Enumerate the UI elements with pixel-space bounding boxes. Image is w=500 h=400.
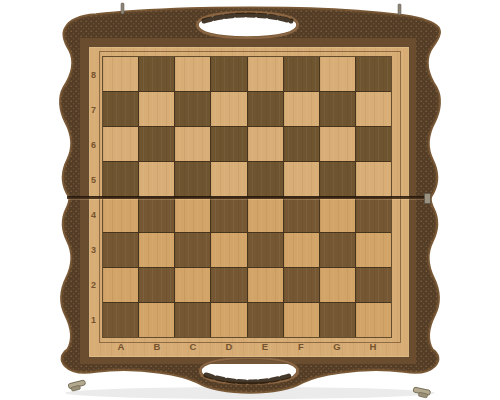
file-label: F bbox=[283, 339, 319, 354]
square-h8[interactable] bbox=[356, 57, 391, 91]
file-label: A bbox=[103, 339, 139, 354]
square-a8[interactable] bbox=[103, 57, 138, 91]
square-f7[interactable] bbox=[284, 92, 319, 126]
square-b3[interactable] bbox=[139, 233, 174, 267]
file-label: G bbox=[319, 339, 355, 354]
square-a1[interactable] bbox=[103, 303, 138, 337]
square-e2[interactable] bbox=[248, 268, 283, 302]
square-e8[interactable] bbox=[248, 57, 283, 91]
rank-label: 8 bbox=[87, 57, 100, 92]
square-a7[interactable] bbox=[103, 92, 138, 126]
rank-label: 2 bbox=[87, 267, 100, 302]
top-handle-grip-scallops bbox=[204, 15, 291, 21]
square-d7[interactable] bbox=[211, 92, 246, 126]
square-h2[interactable] bbox=[356, 268, 391, 302]
square-d6[interactable] bbox=[211, 127, 246, 161]
square-b1[interactable] bbox=[139, 303, 174, 337]
rank-label: 4 bbox=[87, 197, 100, 232]
square-c4[interactable] bbox=[175, 198, 210, 232]
bottom-handle-grip-scallops bbox=[206, 375, 292, 382]
latch-right-icon[interactable] bbox=[412, 387, 430, 398]
rank-label: 1 bbox=[87, 302, 100, 337]
square-e5[interactable] bbox=[248, 162, 283, 196]
file-label: B bbox=[139, 339, 175, 354]
file-label: E bbox=[247, 339, 283, 354]
top-pin-left-icon bbox=[121, 3, 124, 14]
rank-label: 3 bbox=[87, 232, 100, 267]
square-g1[interactable] bbox=[320, 303, 355, 337]
square-c6[interactable] bbox=[175, 127, 210, 161]
square-h5[interactable] bbox=[356, 162, 391, 196]
file-labels: ABCDEFGH bbox=[103, 339, 391, 354]
square-d2[interactable] bbox=[211, 268, 246, 302]
square-d8[interactable] bbox=[211, 57, 246, 91]
hinge-pin-icon bbox=[424, 193, 431, 204]
square-a3[interactable] bbox=[103, 233, 138, 267]
square-g8[interactable] bbox=[320, 57, 355, 91]
square-e3[interactable] bbox=[248, 233, 283, 267]
square-f3[interactable] bbox=[284, 233, 319, 267]
square-b5[interactable] bbox=[139, 162, 174, 196]
square-d1[interactable] bbox=[211, 303, 246, 337]
rank-label: 7 bbox=[87, 92, 100, 127]
square-g2[interactable] bbox=[320, 268, 355, 302]
square-c7[interactable] bbox=[175, 92, 210, 126]
square-c3[interactable] bbox=[175, 233, 210, 267]
square-h1[interactable] bbox=[356, 303, 391, 337]
latch-left-icon[interactable] bbox=[68, 380, 86, 392]
chess-case: 87654321 ABCDEFGH bbox=[0, 0, 500, 400]
square-a5[interactable] bbox=[103, 162, 138, 196]
file-label: C bbox=[175, 339, 211, 354]
square-a2[interactable] bbox=[103, 268, 138, 302]
square-g6[interactable] bbox=[320, 127, 355, 161]
square-h4[interactable] bbox=[356, 198, 391, 232]
square-f1[interactable] bbox=[284, 303, 319, 337]
square-c8[interactable] bbox=[175, 57, 210, 91]
square-b6[interactable] bbox=[139, 127, 174, 161]
file-label: D bbox=[211, 339, 247, 354]
rank-label: 5 bbox=[87, 162, 100, 197]
file-label: H bbox=[355, 339, 391, 354]
top-handle-cutout bbox=[197, 12, 298, 38]
square-b2[interactable] bbox=[139, 268, 174, 302]
square-h6[interactable] bbox=[356, 127, 391, 161]
square-d5[interactable] bbox=[211, 162, 246, 196]
hinge-seam bbox=[67, 196, 431, 199]
square-c1[interactable] bbox=[175, 303, 210, 337]
square-g4[interactable] bbox=[320, 198, 355, 232]
square-c2[interactable] bbox=[175, 268, 210, 302]
square-b7[interactable] bbox=[139, 92, 174, 126]
square-f4[interactable] bbox=[284, 198, 319, 232]
square-f5[interactable] bbox=[284, 162, 319, 196]
square-f2[interactable] bbox=[284, 268, 319, 302]
square-e6[interactable] bbox=[248, 127, 283, 161]
square-b4[interactable] bbox=[139, 198, 174, 232]
square-f8[interactable] bbox=[284, 57, 319, 91]
top-pin-right-icon bbox=[398, 4, 401, 15]
square-e1[interactable] bbox=[248, 303, 283, 337]
square-f6[interactable] bbox=[284, 127, 319, 161]
square-e4[interactable] bbox=[248, 198, 283, 232]
square-h7[interactable] bbox=[356, 92, 391, 126]
square-a6[interactable] bbox=[103, 127, 138, 161]
square-a4[interactable] bbox=[103, 198, 138, 232]
square-c5[interactable] bbox=[175, 162, 210, 196]
square-g3[interactable] bbox=[320, 233, 355, 267]
square-h3[interactable] bbox=[356, 233, 391, 267]
square-d3[interactable] bbox=[211, 233, 246, 267]
square-d4[interactable] bbox=[211, 198, 246, 232]
rank-label: 6 bbox=[87, 127, 100, 162]
square-g5[interactable] bbox=[320, 162, 355, 196]
square-g7[interactable] bbox=[320, 92, 355, 126]
square-b8[interactable] bbox=[139, 57, 174, 91]
square-e7[interactable] bbox=[248, 92, 283, 126]
